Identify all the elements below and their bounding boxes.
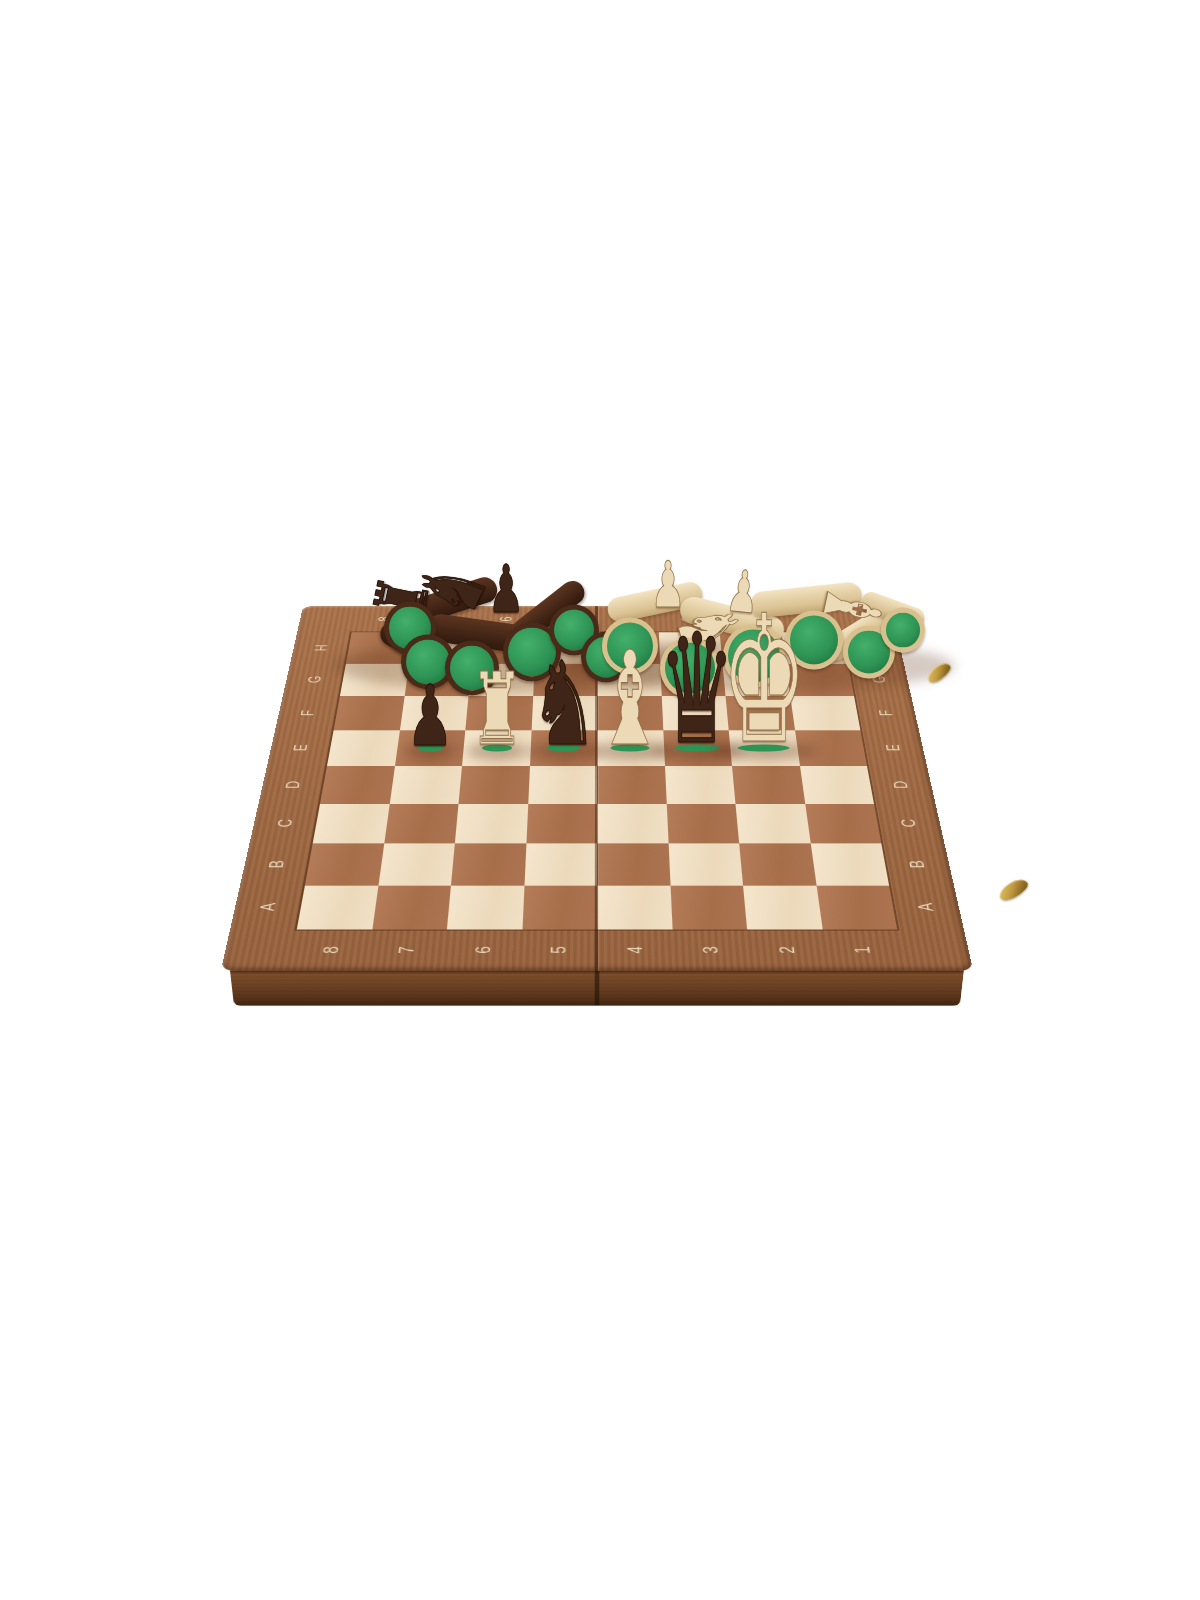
white-bishop-on-e4[interactable]: ♝ [595,633,665,763]
product-photo: HGFEDCBAHGFEDCBA8765432187654321 ♜♞♟♟♟♞♝… [0,0,1200,1600]
black-pawn-on-e7[interactable]: ♟ [407,674,454,758]
white-rook-on-e6[interactable]: ♜ [470,660,524,760]
white-king-on-e2[interactable]: ♚ [721,593,806,769]
standing-pieces-layer: ♟♜♞♝♛♚ [0,0,1200,1600]
black-knight-on-e5[interactable]: ♞ [529,646,598,762]
